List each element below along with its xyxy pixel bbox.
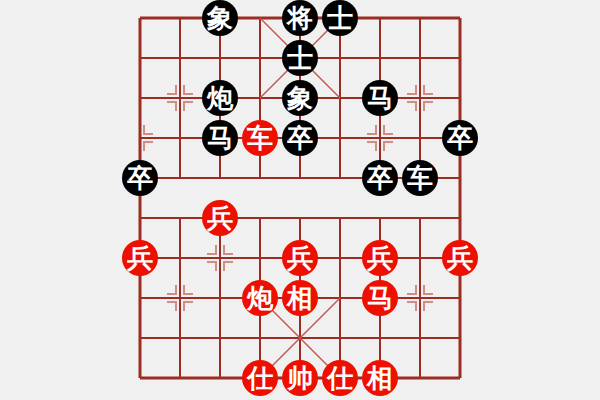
- red-horse[interactable]: 马: [362, 280, 398, 316]
- red-chariot[interactable]: 车: [242, 120, 278, 156]
- black-pawn-3[interactable]: 卒: [122, 160, 158, 196]
- black-general[interactable]: 将: [282, 0, 318, 36]
- black-elephant-1[interactable]: 象: [202, 0, 238, 36]
- red-general[interactable]: 帅: [282, 360, 318, 396]
- red-pawn-3[interactable]: 兵: [282, 240, 318, 276]
- black-pawn-2[interactable]: 卒: [442, 120, 478, 156]
- red-cannon[interactable]: 炮: [242, 280, 278, 316]
- black-elephant-2[interactable]: 象: [282, 80, 318, 116]
- black-chariot[interactable]: 车: [402, 160, 438, 196]
- black-cannon[interactable]: 炮: [202, 80, 238, 116]
- black-advisor-2[interactable]: 士: [282, 40, 318, 76]
- red-advisor-1[interactable]: 仕: [242, 360, 278, 396]
- black-pawn-1[interactable]: 卒: [282, 120, 318, 156]
- red-pawn-2[interactable]: 兵: [122, 240, 158, 276]
- red-elephant-1[interactable]: 相: [282, 280, 318, 316]
- black-horse-1[interactable]: 马: [362, 80, 398, 116]
- red-pawn-4[interactable]: 兵: [362, 240, 398, 276]
- black-advisor-1[interactable]: 士: [322, 0, 358, 36]
- red-pawn-5[interactable]: 兵: [442, 240, 478, 276]
- red-pawn-1[interactable]: 兵: [202, 200, 238, 236]
- xiangqi-board[interactable]: 象将士士炮象马马车卒卒卒卒车兵兵兵兵兵炮相马仕帅仕相: [120, 0, 480, 398]
- red-advisor-2[interactable]: 仕: [322, 360, 358, 396]
- black-horse-2[interactable]: 马: [202, 120, 238, 156]
- black-pawn-4[interactable]: 卒: [362, 160, 398, 196]
- red-elephant-2[interactable]: 相: [362, 360, 398, 396]
- xiangqi-app-window: 象将士士炮象马马车卒卒卒卒车兵兵兵兵兵炮相马仕帅仕相: [0, 0, 600, 400]
